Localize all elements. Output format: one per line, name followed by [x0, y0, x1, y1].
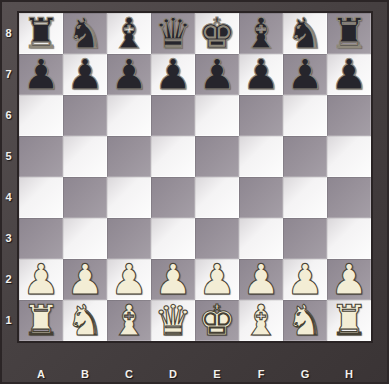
- square-d8[interactable]: ♛: [151, 13, 195, 54]
- black-pawn-icon[interactable]: ♟: [327, 54, 371, 95]
- square-e6[interactable]: [195, 95, 239, 136]
- rank-label-5: 5: [0, 136, 17, 177]
- white-rook-icon[interactable]: ♜: [19, 300, 63, 341]
- square-b7[interactable]: ♟: [63, 54, 107, 95]
- square-g1[interactable]: ♞: [283, 300, 327, 341]
- square-d1[interactable]: ♛: [151, 300, 195, 341]
- black-bishop-icon[interactable]: ♝: [239, 13, 283, 54]
- square-f8[interactable]: ♝: [239, 13, 283, 54]
- square-g3[interactable]: [283, 218, 327, 259]
- square-g7[interactable]: ♟: [283, 54, 327, 95]
- white-knight-icon[interactable]: ♞: [63, 300, 107, 341]
- black-knight-icon[interactable]: ♞: [283, 13, 327, 54]
- square-c8[interactable]: ♝: [107, 13, 151, 54]
- square-h1[interactable]: ♜: [327, 300, 371, 341]
- black-pawn-icon[interactable]: ♟: [151, 54, 195, 95]
- square-e7[interactable]: ♟: [195, 54, 239, 95]
- white-pawn-icon[interactable]: ♟: [283, 259, 327, 300]
- square-b5[interactable]: [63, 136, 107, 177]
- black-queen-icon[interactable]: ♛: [151, 13, 195, 54]
- square-h4[interactable]: [327, 177, 371, 218]
- square-a7[interactable]: ♟: [19, 54, 63, 95]
- square-d3[interactable]: [151, 218, 195, 259]
- square-a6[interactable]: [19, 95, 63, 136]
- white-pawn-icon[interactable]: ♟: [19, 259, 63, 300]
- rank-label-8: 8: [0, 13, 17, 54]
- black-king-icon[interactable]: ♚: [195, 13, 239, 54]
- black-pawn-icon[interactable]: ♟: [195, 54, 239, 95]
- square-d6[interactable]: [151, 95, 195, 136]
- square-c4[interactable]: [107, 177, 151, 218]
- white-king-icon[interactable]: ♚: [195, 300, 239, 341]
- white-pawn-icon[interactable]: ♟: [107, 259, 151, 300]
- rank-label-1: 1: [0, 300, 17, 341]
- square-c2[interactable]: ♟: [107, 259, 151, 300]
- chess-board: ♜♞♝♛♚♝♞♜♟♟♟♟♟♟♟♟♟♟♟♟♟♟♟♟♜♞♝♛♚♝♞♜: [17, 11, 373, 343]
- black-rook-icon[interactable]: ♜: [19, 13, 63, 54]
- chess-board-frame: ♜♞♝♛♚♝♞♜♟♟♟♟♟♟♟♟♟♟♟♟♟♟♟♟♜♞♝♛♚♝♞♜ 8765432…: [0, 0, 389, 384]
- square-f6[interactable]: [239, 95, 283, 136]
- square-c5[interactable]: [107, 136, 151, 177]
- square-c7[interactable]: ♟: [107, 54, 151, 95]
- white-pawn-icon[interactable]: ♟: [239, 259, 283, 300]
- square-g4[interactable]: [283, 177, 327, 218]
- square-b4[interactable]: [63, 177, 107, 218]
- square-f3[interactable]: [239, 218, 283, 259]
- file-label-f: F: [239, 366, 283, 382]
- square-a5[interactable]: [19, 136, 63, 177]
- black-pawn-icon[interactable]: ♟: [283, 54, 327, 95]
- square-h6[interactable]: [327, 95, 371, 136]
- white-queen-icon[interactable]: ♛: [151, 300, 195, 341]
- white-pawn-icon[interactable]: ♟: [63, 259, 107, 300]
- black-pawn-icon[interactable]: ♟: [107, 54, 151, 95]
- square-g5[interactable]: [283, 136, 327, 177]
- square-g8[interactable]: ♞: [283, 13, 327, 54]
- square-h5[interactable]: [327, 136, 371, 177]
- square-a2[interactable]: ♟: [19, 259, 63, 300]
- square-e8[interactable]: ♚: [195, 13, 239, 54]
- black-pawn-icon[interactable]: ♟: [63, 54, 107, 95]
- black-rook-icon[interactable]: ♜: [327, 13, 371, 54]
- file-label-g: G: [283, 366, 327, 382]
- square-b8[interactable]: ♞: [63, 13, 107, 54]
- white-bishop-icon[interactable]: ♝: [239, 300, 283, 341]
- square-h2[interactable]: ♟: [327, 259, 371, 300]
- white-pawn-icon[interactable]: ♟: [195, 259, 239, 300]
- square-f2[interactable]: ♟: [239, 259, 283, 300]
- square-f5[interactable]: [239, 136, 283, 177]
- square-f4[interactable]: [239, 177, 283, 218]
- square-a4[interactable]: [19, 177, 63, 218]
- square-g6[interactable]: [283, 95, 327, 136]
- square-e3[interactable]: [195, 218, 239, 259]
- square-e2[interactable]: ♟: [195, 259, 239, 300]
- square-e1[interactable]: ♚: [195, 300, 239, 341]
- square-e5[interactable]: [195, 136, 239, 177]
- square-c3[interactable]: [107, 218, 151, 259]
- square-a3[interactable]: [19, 218, 63, 259]
- square-b6[interactable]: [63, 95, 107, 136]
- white-pawn-icon[interactable]: ♟: [151, 259, 195, 300]
- white-bishop-icon[interactable]: ♝: [107, 300, 151, 341]
- square-d5[interactable]: [151, 136, 195, 177]
- file-label-h: H: [327, 366, 371, 382]
- black-bishop-icon[interactable]: ♝: [107, 13, 151, 54]
- white-knight-icon[interactable]: ♞: [283, 300, 327, 341]
- square-h7[interactable]: ♟: [327, 54, 371, 95]
- square-b1[interactable]: ♞: [63, 300, 107, 341]
- black-pawn-icon[interactable]: ♟: [19, 54, 63, 95]
- rank-label-4: 4: [0, 177, 17, 218]
- square-f7[interactable]: ♟: [239, 54, 283, 95]
- square-d4[interactable]: [151, 177, 195, 218]
- rank-label-2: 2: [0, 259, 17, 300]
- square-h3[interactable]: [327, 218, 371, 259]
- square-a8[interactable]: ♜: [19, 13, 63, 54]
- square-e4[interactable]: [195, 177, 239, 218]
- white-rook-icon[interactable]: ♜: [327, 300, 371, 341]
- square-b3[interactable]: [63, 218, 107, 259]
- square-c1[interactable]: ♝: [107, 300, 151, 341]
- white-pawn-icon[interactable]: ♟: [327, 259, 371, 300]
- file-label-e: E: [195, 366, 239, 382]
- square-b2[interactable]: ♟: [63, 259, 107, 300]
- square-f1[interactable]: ♝: [239, 300, 283, 341]
- square-d7[interactable]: ♟: [151, 54, 195, 95]
- square-d2[interactable]: ♟: [151, 259, 195, 300]
- square-g2[interactable]: ♟: [283, 259, 327, 300]
- file-label-c: C: [107, 366, 151, 382]
- square-a1[interactable]: ♜: [19, 300, 63, 341]
- square-c6[interactable]: [107, 95, 151, 136]
- rank-label-3: 3: [0, 218, 17, 259]
- file-label-d: D: [151, 366, 195, 382]
- file-label-a: A: [19, 366, 63, 382]
- black-pawn-icon[interactable]: ♟: [239, 54, 283, 95]
- file-label-b: B: [63, 366, 107, 382]
- rank-label-6: 6: [0, 95, 17, 136]
- rank-label-7: 7: [0, 54, 17, 95]
- square-h8[interactable]: ♜: [327, 13, 371, 54]
- black-knight-icon[interactable]: ♞: [63, 13, 107, 54]
